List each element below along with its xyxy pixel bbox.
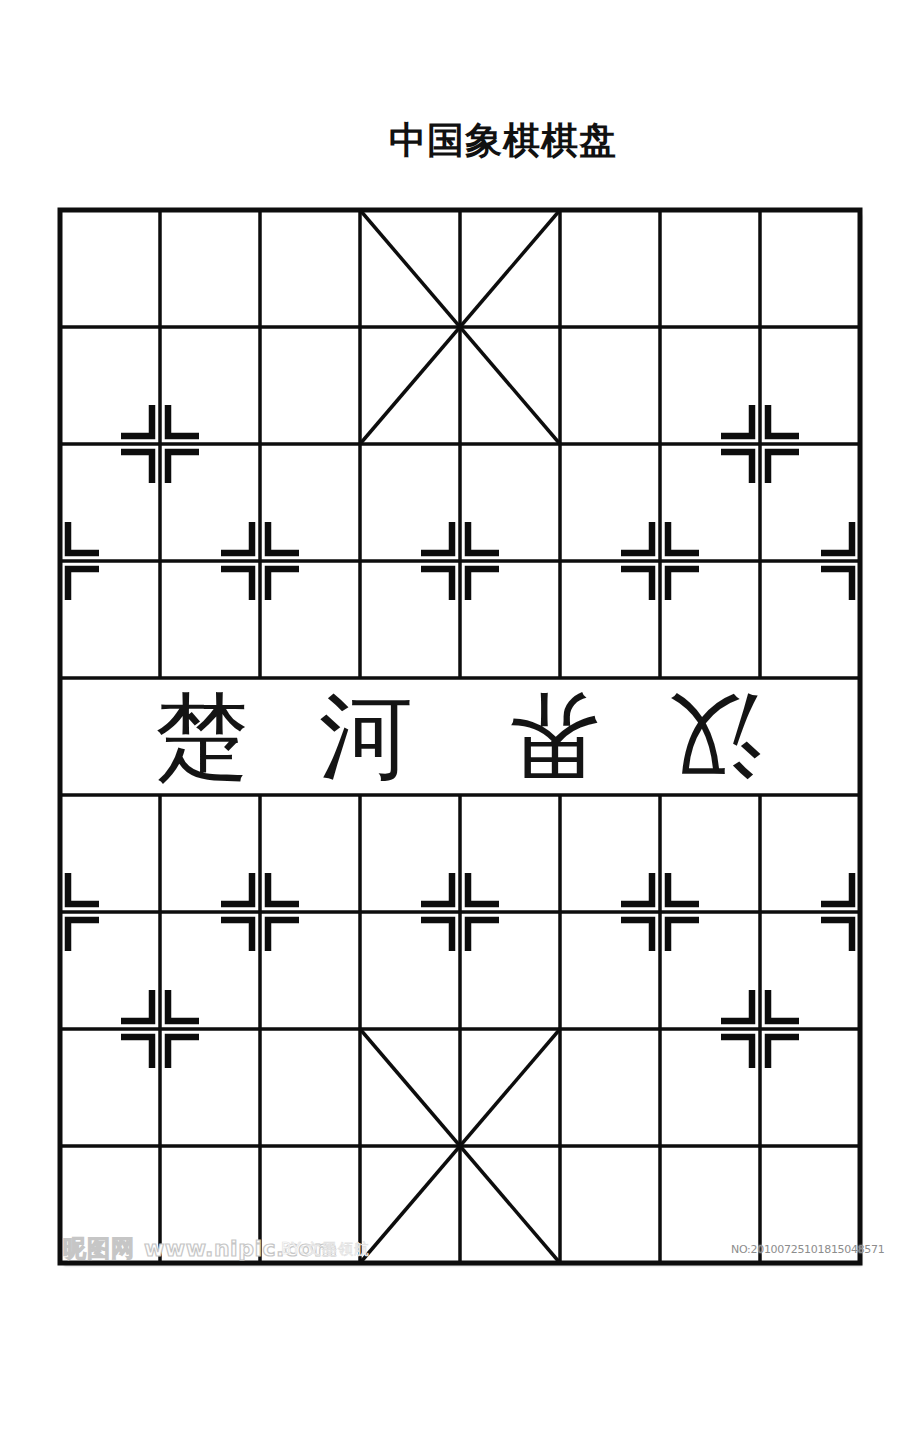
intersection[interactable] xyxy=(138,539,182,583)
intersection[interactable] xyxy=(138,1007,182,1051)
intersection[interactable] xyxy=(638,890,682,934)
intersection[interactable] xyxy=(438,539,482,583)
page: 中国象棋棋盘 楚 河 汉 界 昵图网 www.nipic.com BY:文墨领航… xyxy=(0,0,920,1446)
intersection[interactable] xyxy=(538,656,582,700)
intersection[interactable] xyxy=(438,305,482,349)
xiangqi-board: 楚 河 汉 界 xyxy=(60,210,860,1263)
intersection[interactable] xyxy=(538,422,582,466)
intersection[interactable] xyxy=(838,1124,882,1168)
watermark-site-name: 昵图网 xyxy=(63,1235,135,1261)
intersection[interactable] xyxy=(38,1124,82,1168)
intersection[interactable] xyxy=(638,773,682,817)
page-title: 中国象棋棋盘 xyxy=(0,116,920,166)
intersection[interactable] xyxy=(438,422,482,466)
intersection[interactable] xyxy=(438,1007,482,1051)
intersection[interactable] xyxy=(838,305,882,349)
intersection[interactable] xyxy=(238,305,282,349)
intersection[interactable] xyxy=(238,188,282,232)
intersection[interactable] xyxy=(738,656,782,700)
intersection[interactable] xyxy=(638,656,682,700)
image-serial-number: NO:20100725101815048571 xyxy=(731,1243,884,1256)
intersection[interactable] xyxy=(538,1124,582,1168)
intersection[interactable] xyxy=(238,656,282,700)
intersection[interactable] xyxy=(538,1241,582,1285)
intersection[interactable] xyxy=(838,890,882,934)
intersection[interactable] xyxy=(738,1007,782,1051)
intersection[interactable] xyxy=(338,773,382,817)
intersection[interactable] xyxy=(638,188,682,232)
intersection-grid xyxy=(60,210,860,1263)
intersection[interactable] xyxy=(738,539,782,583)
intersection[interactable] xyxy=(338,305,382,349)
intersection[interactable] xyxy=(838,1007,882,1051)
intersection[interactable] xyxy=(638,422,682,466)
intersection[interactable] xyxy=(238,422,282,466)
intersection[interactable] xyxy=(338,1124,382,1168)
intersection[interactable] xyxy=(538,305,582,349)
intersection[interactable] xyxy=(138,773,182,817)
intersection[interactable] xyxy=(238,1007,282,1051)
intersection[interactable] xyxy=(538,890,582,934)
intersection[interactable] xyxy=(738,305,782,349)
intersection[interactable] xyxy=(38,188,82,232)
intersection[interactable] xyxy=(38,773,82,817)
intersection[interactable] xyxy=(638,1124,682,1168)
intersection[interactable] xyxy=(338,188,382,232)
intersection[interactable] xyxy=(738,773,782,817)
intersection[interactable] xyxy=(338,422,382,466)
intersection[interactable] xyxy=(38,1007,82,1051)
intersection[interactable] xyxy=(138,188,182,232)
intersection[interactable] xyxy=(238,890,282,934)
intersection[interactable] xyxy=(238,539,282,583)
intersection[interactable] xyxy=(838,773,882,817)
intersection[interactable] xyxy=(38,890,82,934)
intersection[interactable] xyxy=(638,305,682,349)
intersection[interactable] xyxy=(838,539,882,583)
intersection[interactable] xyxy=(538,1007,582,1051)
intersection[interactable] xyxy=(738,188,782,232)
intersection[interactable] xyxy=(638,1007,682,1051)
intersection[interactable] xyxy=(38,305,82,349)
intersection[interactable] xyxy=(338,1007,382,1051)
intersection[interactable] xyxy=(838,188,882,232)
intersection[interactable] xyxy=(538,188,582,232)
intersection[interactable] xyxy=(538,773,582,817)
intersection[interactable] xyxy=(438,1241,482,1285)
intersection[interactable] xyxy=(38,422,82,466)
intersection[interactable] xyxy=(138,890,182,934)
intersection[interactable] xyxy=(438,1124,482,1168)
intersection[interactable] xyxy=(338,539,382,583)
intersection[interactable] xyxy=(138,656,182,700)
intersection[interactable] xyxy=(438,890,482,934)
intersection[interactable] xyxy=(238,773,282,817)
intersection[interactable] xyxy=(738,890,782,934)
intersection[interactable] xyxy=(638,539,682,583)
intersection[interactable] xyxy=(438,773,482,817)
intersection[interactable] xyxy=(138,1124,182,1168)
intersection[interactable] xyxy=(138,422,182,466)
intersection[interactable] xyxy=(538,539,582,583)
intersection[interactable] xyxy=(638,1241,682,1285)
intersection[interactable] xyxy=(238,1124,282,1168)
intersection[interactable] xyxy=(338,656,382,700)
intersection[interactable] xyxy=(438,656,482,700)
intersection[interactable] xyxy=(138,305,182,349)
intersection[interactable] xyxy=(738,422,782,466)
intersection[interactable] xyxy=(838,422,882,466)
intersection[interactable] xyxy=(38,656,82,700)
intersection[interactable] xyxy=(838,656,882,700)
intersection[interactable] xyxy=(438,188,482,232)
intersection[interactable] xyxy=(338,890,382,934)
watermark-author: BY:文墨领航 xyxy=(281,1240,370,1259)
intersection[interactable] xyxy=(738,1124,782,1168)
intersection[interactable] xyxy=(38,539,82,583)
